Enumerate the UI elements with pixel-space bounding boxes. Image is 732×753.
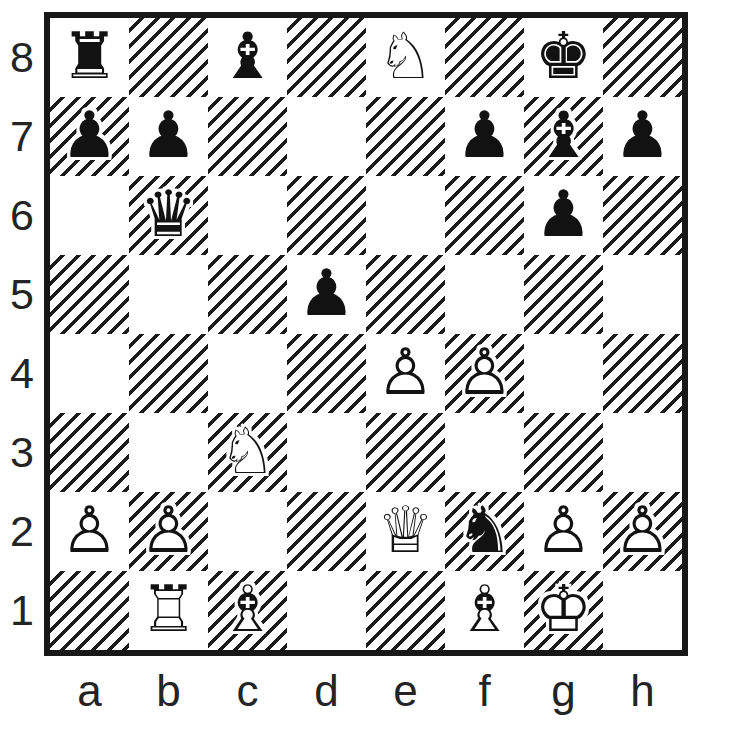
square-a7[interactable]: ♟ xyxy=(50,97,129,176)
square-e3[interactable] xyxy=(366,413,445,492)
square-b1[interactable]: ♜♖ xyxy=(129,571,208,650)
square-b5[interactable] xyxy=(129,255,208,334)
rank-label-2: 2 xyxy=(0,492,44,571)
square-f8[interactable] xyxy=(445,18,524,97)
white-pawn-icon[interactable]: ♟♙ xyxy=(366,334,445,413)
square-b6[interactable]: ♛ xyxy=(129,176,208,255)
white-queen-icon[interactable]: ♛♕ xyxy=(366,492,445,571)
square-h4[interactable] xyxy=(603,334,682,413)
square-c1[interactable]: ♝♗ xyxy=(208,571,287,650)
square-e1[interactable] xyxy=(366,571,445,650)
page: { "game": "chess", "position": { "fen": … xyxy=(0,0,732,753)
rank-label-1: 1 xyxy=(0,571,44,650)
file-label-f: f xyxy=(445,660,524,722)
rank-label-5: 5 xyxy=(0,255,44,334)
square-c8[interactable]: ♝ xyxy=(208,18,287,97)
white-bishop-icon[interactable]: ♝♗ xyxy=(445,571,524,650)
square-d1[interactable] xyxy=(287,571,366,650)
square-f4[interactable]: ♟♙ xyxy=(445,334,524,413)
rank-label-3: 3 xyxy=(0,413,44,492)
black-bishop-icon[interactable]: ♝ xyxy=(208,18,287,97)
black-queen-icon[interactable]: ♛ xyxy=(129,176,208,255)
square-g7[interactable]: ♝ xyxy=(524,97,603,176)
board: ♜♝♞♘♚♟♟♟♝♟♛♟♟♟♙♟♙♞♘♟♙♟♙♛♕♞♟♙♟♙♜♖♝♗♝♗♚♔ xyxy=(50,18,682,650)
black-pawn-icon[interactable]: ♟ xyxy=(129,97,208,176)
rank-label-8: 8 xyxy=(0,18,44,97)
file-label-g: g xyxy=(524,660,603,722)
square-g3[interactable] xyxy=(524,413,603,492)
square-e4[interactable]: ♟♙ xyxy=(366,334,445,413)
square-d3[interactable] xyxy=(287,413,366,492)
square-b3[interactable] xyxy=(129,413,208,492)
file-label-b: b xyxy=(129,660,208,722)
square-c2[interactable] xyxy=(208,492,287,571)
square-f5[interactable] xyxy=(445,255,524,334)
white-pawn-icon[interactable]: ♟♙ xyxy=(129,492,208,571)
square-e8[interactable]: ♞♘ xyxy=(366,18,445,97)
square-a6[interactable] xyxy=(50,176,129,255)
square-h6[interactable] xyxy=(603,176,682,255)
square-d7[interactable] xyxy=(287,97,366,176)
square-c4[interactable] xyxy=(208,334,287,413)
file-label-d: d xyxy=(287,660,366,722)
square-g4[interactable] xyxy=(524,334,603,413)
black-pawn-icon[interactable]: ♟ xyxy=(524,176,603,255)
square-b4[interactable] xyxy=(129,334,208,413)
square-a4[interactable] xyxy=(50,334,129,413)
square-g6[interactable]: ♟ xyxy=(524,176,603,255)
white-king-icon[interactable]: ♚♔ xyxy=(524,571,603,650)
square-d6[interactable] xyxy=(287,176,366,255)
square-f7[interactable]: ♟ xyxy=(445,97,524,176)
file-label-e: e xyxy=(366,660,445,722)
square-d5[interactable]: ♟ xyxy=(287,255,366,334)
white-pawn-icon[interactable]: ♟♙ xyxy=(603,492,682,571)
black-pawn-icon[interactable]: ♟ xyxy=(445,97,524,176)
square-f6[interactable] xyxy=(445,176,524,255)
square-d2[interactable] xyxy=(287,492,366,571)
file-label-c: c xyxy=(208,660,287,722)
square-b2[interactable]: ♟♙ xyxy=(129,492,208,571)
square-a3[interactable] xyxy=(50,413,129,492)
file-label-h: h xyxy=(603,660,682,722)
white-rook-icon[interactable]: ♜♖ xyxy=(129,571,208,650)
square-g2[interactable]: ♟♙ xyxy=(524,492,603,571)
square-e5[interactable] xyxy=(366,255,445,334)
file-label-a: a xyxy=(50,660,129,722)
square-e7[interactable] xyxy=(366,97,445,176)
black-king-icon[interactable]: ♚ xyxy=(524,18,603,97)
square-f1[interactable]: ♝♗ xyxy=(445,571,524,650)
square-h7[interactable]: ♟ xyxy=(603,97,682,176)
white-pawn-icon[interactable]: ♟♙ xyxy=(524,492,603,571)
square-h2[interactable]: ♟♙ xyxy=(603,492,682,571)
square-h3[interactable] xyxy=(603,413,682,492)
rank-labels: 87654321 xyxy=(0,18,44,650)
square-f2[interactable]: ♞ xyxy=(445,492,524,571)
black-bishop-icon[interactable]: ♝ xyxy=(524,97,603,176)
square-a2[interactable]: ♟♙ xyxy=(50,492,129,571)
square-d8[interactable] xyxy=(287,18,366,97)
square-e6[interactable] xyxy=(366,176,445,255)
rank-label-7: 7 xyxy=(0,97,44,176)
rank-label-6: 6 xyxy=(0,176,44,255)
square-g8[interactable]: ♚ xyxy=(524,18,603,97)
square-c6[interactable] xyxy=(208,176,287,255)
white-pawn-icon[interactable]: ♟♙ xyxy=(50,492,129,571)
square-c3[interactable]: ♞♘ xyxy=(208,413,287,492)
board-frame: ♜♝♞♘♚♟♟♟♝♟♛♟♟♟♙♟♙♞♘♟♙♟♙♛♕♞♟♙♟♙♜♖♝♗♝♗♚♔ xyxy=(44,12,688,656)
white-knight-icon[interactable]: ♞♘ xyxy=(208,413,287,492)
black-pawn-icon[interactable]: ♟ xyxy=(50,97,129,176)
white-pawn-icon[interactable]: ♟♙ xyxy=(445,334,524,413)
black-knight-icon[interactable]: ♞ xyxy=(445,492,524,571)
square-d4[interactable] xyxy=(287,334,366,413)
black-pawn-icon[interactable]: ♟ xyxy=(287,255,366,334)
square-e2[interactable]: ♛♕ xyxy=(366,492,445,571)
white-knight-icon[interactable]: ♞♘ xyxy=(366,18,445,97)
square-f3[interactable] xyxy=(445,413,524,492)
square-a8[interactable]: ♜ xyxy=(50,18,129,97)
square-h8[interactable] xyxy=(603,18,682,97)
square-h5[interactable] xyxy=(603,255,682,334)
square-g1[interactable]: ♚♔ xyxy=(524,571,603,650)
black-rook-icon[interactable]: ♜ xyxy=(50,18,129,97)
square-c7[interactable] xyxy=(208,97,287,176)
white-bishop-icon[interactable]: ♝♗ xyxy=(208,571,287,650)
square-a1[interactable] xyxy=(50,571,129,650)
rank-label-4: 4 xyxy=(0,334,44,413)
square-a5[interactable] xyxy=(50,255,129,334)
square-c5[interactable] xyxy=(208,255,287,334)
square-g5[interactable] xyxy=(524,255,603,334)
file-labels: abcdefgh xyxy=(50,660,682,722)
black-pawn-icon[interactable]: ♟ xyxy=(603,97,682,176)
square-b7[interactable]: ♟ xyxy=(129,97,208,176)
square-h1[interactable] xyxy=(603,571,682,650)
square-b8[interactable] xyxy=(129,18,208,97)
